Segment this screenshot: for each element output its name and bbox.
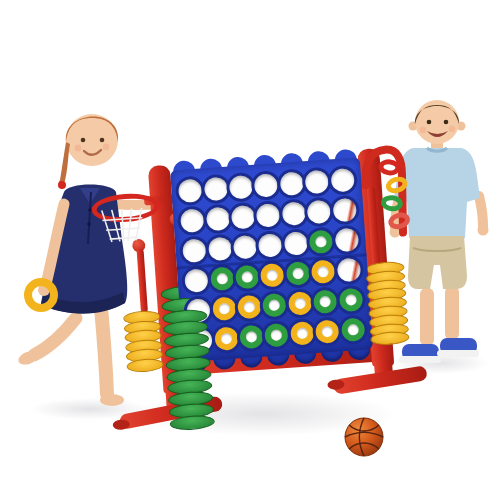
- board-cell-r6c6: [314, 315, 341, 347]
- empty-hole: [336, 257, 361, 282]
- board-cell-r3c5: [282, 227, 309, 259]
- connect-four-playset: [0, 0, 500, 500]
- green-disc: [210, 266, 235, 291]
- board-cell-r4c1: [183, 264, 210, 296]
- yellow-ring-stack-left: [123, 310, 160, 313]
- empty-hole: [330, 167, 355, 192]
- board-cell-r5c3: [236, 291, 263, 323]
- board-cell-r4c2: [208, 263, 235, 295]
- board-cell-r3c3: [231, 231, 258, 263]
- yellow-disc: [290, 321, 315, 346]
- empty-hole: [205, 206, 230, 231]
- board-cell-r3c1: [181, 234, 208, 266]
- board-cell-r2c3: [229, 201, 256, 233]
- board-cell-r5c4: [261, 289, 288, 321]
- empty-hole: [180, 208, 205, 233]
- empty-hole: [231, 204, 256, 229]
- board-cell-r5c5: [286, 287, 313, 319]
- empty-hole: [307, 199, 332, 224]
- green-disc: [339, 287, 364, 312]
- green-disc: [286, 261, 311, 286]
- yellow-disc: [237, 294, 262, 319]
- board-cell-r5c6: [312, 285, 339, 317]
- empty-hole: [334, 227, 359, 252]
- green-disc: [239, 324, 264, 349]
- empty-hole: [208, 236, 233, 261]
- board-cell-r2c1: [179, 204, 206, 236]
- basketball-hoop-net: [98, 206, 148, 245]
- product-photo-scene: { "game": { "name": "Connect Four", "var…: [0, 0, 500, 500]
- yellow-disc: [311, 259, 336, 284]
- empty-hole: [258, 233, 283, 258]
- empty-hole: [256, 203, 281, 228]
- board-cell-r4c3: [234, 261, 261, 293]
- board-cell-r6c7: [339, 313, 366, 345]
- empty-hole: [282, 201, 307, 226]
- hoop-pole: [137, 249, 148, 313]
- board-cell-r6c5: [288, 317, 315, 349]
- board-cell-r1c6: [303, 166, 330, 198]
- board-cell-r1c3: [227, 171, 254, 203]
- green-disc: [235, 264, 260, 289]
- yellow-disc: [315, 319, 340, 344]
- board-cell-r6c3: [238, 321, 265, 353]
- yellow-disc: [214, 326, 239, 351]
- board-cell-r1c7: [329, 164, 356, 196]
- yellow-disc: [212, 296, 237, 321]
- board-cell-r1c4: [253, 169, 280, 201]
- green-disc: [262, 292, 287, 317]
- green-disc: [309, 229, 334, 254]
- yellow-disc: [288, 291, 313, 316]
- empty-hole: [229, 175, 254, 200]
- board-cell-r2c5: [280, 197, 307, 229]
- empty-hole: [182, 238, 207, 263]
- board-cell-r1c2: [202, 173, 229, 205]
- green-disc: [265, 322, 290, 347]
- board-cell-r6c4: [263, 319, 290, 351]
- empty-hole: [178, 178, 203, 203]
- board-cell-r1c1: [177, 174, 204, 206]
- empty-hole: [284, 231, 309, 256]
- board-cell-r3c7: [333, 224, 360, 256]
- board-cell-r5c2: [210, 292, 237, 324]
- board-cell-r2c6: [305, 196, 332, 228]
- empty-hole: [332, 197, 357, 222]
- hanging-rings: [0, 0, 480, 20]
- yellow-disc: [260, 263, 285, 288]
- green-disc: [313, 289, 338, 314]
- board-cell-r3c4: [257, 229, 284, 261]
- board-cell-r2c2: [204, 203, 231, 235]
- board-cell-r4c5: [284, 257, 311, 289]
- board-cell-r5c7: [337, 284, 364, 316]
- board-cell-r4c6: [310, 255, 337, 287]
- green-disc: [341, 317, 366, 342]
- empty-hole: [203, 176, 228, 201]
- empty-hole: [305, 169, 330, 194]
- board-cell-r2c4: [255, 199, 282, 231]
- board-cell-r3c2: [206, 233, 233, 265]
- board-cell-r2c7: [331, 194, 358, 226]
- board-cell-r1c5: [278, 167, 305, 199]
- board-cell-r3c6: [308, 225, 335, 257]
- board-cell-r4c4: [259, 259, 286, 291]
- empty-hole: [254, 173, 279, 198]
- board-cell-r4c7: [335, 254, 362, 286]
- empty-hole: [184, 268, 209, 293]
- basketball: [344, 417, 384, 457]
- empty-hole: [279, 171, 304, 196]
- empty-hole: [233, 234, 258, 259]
- board-cell-r6c2: [212, 322, 239, 354]
